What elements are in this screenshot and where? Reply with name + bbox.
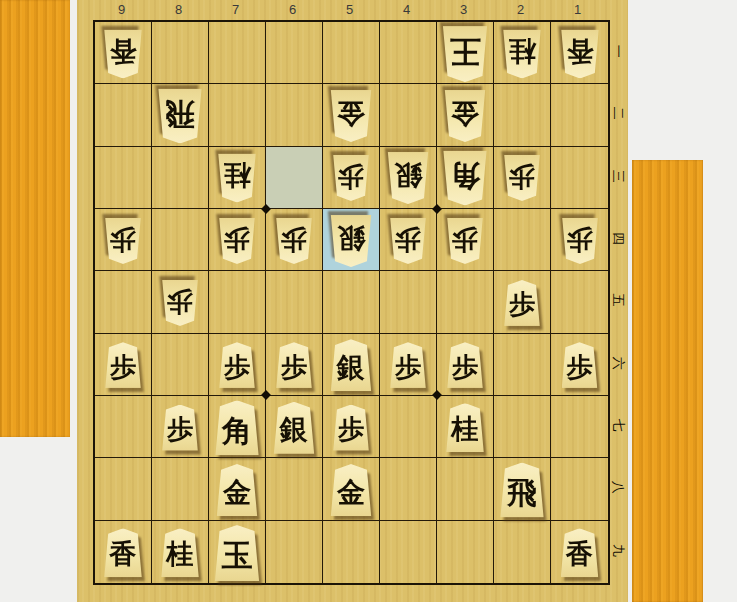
left-wood-panel	[0, 0, 70, 437]
square-88[interactable]	[152, 458, 209, 520]
square-92[interactable]	[95, 84, 152, 146]
square-46[interactable]: 歩	[380, 334, 437, 396]
square-97[interactable]	[95, 396, 152, 458]
piece-sente-lance[interactable]: 香	[560, 528, 599, 577]
piece-kanji: 歩	[333, 155, 370, 201]
square-41[interactable]	[380, 22, 437, 84]
square-93[interactable]	[95, 147, 152, 209]
square-79[interactable]: 玉	[209, 521, 266, 583]
piece-gote-pawn[interactable]: 歩	[447, 218, 484, 264]
square-18[interactable]	[551, 458, 608, 520]
square-81[interactable]	[152, 22, 209, 84]
piece-kanji: 銀	[387, 152, 429, 204]
piece-kanji: 歩	[390, 218, 427, 264]
piece-kanji: 桂	[503, 29, 542, 78]
square-74[interactable]: 歩	[209, 209, 266, 271]
piece-kanji: 歩	[333, 405, 370, 451]
square-98[interactable]	[95, 458, 152, 520]
piece-kanji: 王	[442, 26, 488, 82]
square-45[interactable]	[380, 271, 437, 333]
square-21[interactable]: 桂	[494, 22, 551, 84]
piece-kanji: 歩	[219, 342, 256, 388]
square-51[interactable]	[323, 22, 380, 84]
square-84[interactable]	[152, 209, 209, 271]
square-64[interactable]: 歩	[266, 209, 323, 271]
square-19[interactable]: 香	[551, 521, 608, 583]
square-87[interactable]: 歩	[152, 396, 209, 458]
square-66[interactable]: 歩	[266, 334, 323, 396]
square-83[interactable]	[152, 147, 209, 209]
piece-gote-bishop[interactable]: 角	[443, 151, 488, 206]
file-label-5: 5	[321, 2, 378, 18]
square-73[interactable]: 桂	[209, 147, 266, 209]
piece-kanji: 歩	[105, 218, 142, 264]
piece-kanji: 銀	[330, 339, 372, 391]
piece-sente-pawn[interactable]: 歩	[333, 405, 370, 451]
piece-kanji: 歩	[504, 280, 541, 326]
square-36[interactable]: 歩	[437, 334, 494, 396]
square-38[interactable]	[437, 458, 494, 520]
piece-gote-pawn[interactable]: 歩	[390, 218, 427, 264]
piece-gote-gold[interactable]: 金	[330, 90, 372, 142]
square-76[interactable]: 歩	[209, 334, 266, 396]
piece-sente-pawn[interactable]: 歩	[276, 342, 313, 388]
square-28[interactable]: 飛	[494, 458, 551, 520]
piece-sente-pawn[interactable]: 歩	[504, 280, 541, 326]
square-78[interactable]: 金	[209, 458, 266, 520]
square-61[interactable]	[266, 22, 323, 84]
piece-gote-silver[interactable]: 銀	[330, 215, 372, 267]
piece-kanji: 香	[104, 29, 143, 78]
piece-gote-pawn[interactable]: 歩	[333, 155, 370, 201]
square-15[interactable]	[551, 271, 608, 333]
piece-kanji: 歩	[162, 280, 199, 326]
square-23[interactable]: 歩	[494, 147, 551, 209]
square-91[interactable]: 香	[95, 22, 152, 84]
square-49[interactable]	[380, 521, 437, 583]
shogi-board: 987654321 一二三四五六七八九 香王桂香飛金金桂歩銀角歩歩歩歩銀歩歩歩歩…	[77, 0, 628, 602]
piece-kanji: 香	[560, 29, 599, 78]
piece-gote-lance[interactable]: 香	[104, 29, 143, 78]
square-75[interactable]	[209, 271, 266, 333]
square-99[interactable]: 香	[95, 521, 152, 583]
square-13[interactable]	[551, 147, 608, 209]
piece-kanji: 飛	[158, 89, 203, 144]
piece-sente-pawn[interactable]: 歩	[162, 405, 199, 451]
square-11[interactable]: 香	[551, 22, 608, 84]
square-68[interactable]	[266, 458, 323, 520]
piece-kanji: 金	[330, 464, 372, 516]
piece-sente-pawn[interactable]: 歩	[105, 342, 142, 388]
square-32[interactable]: 金	[437, 84, 494, 146]
piece-sente-gold[interactable]: 金	[330, 464, 372, 516]
piece-gote-pawn[interactable]: 歩	[105, 218, 142, 264]
square-25[interactable]: 歩	[494, 271, 551, 333]
file-label-6: 6	[264, 2, 321, 18]
piece-sente-pawn[interactable]: 歩	[447, 342, 484, 388]
square-35[interactable]	[437, 271, 494, 333]
piece-kanji: 金	[216, 464, 258, 516]
file-label-4: 4	[378, 2, 435, 18]
piece-kanji: 歩	[276, 218, 313, 264]
square-77[interactable]: 角	[209, 396, 266, 458]
square-95[interactable]	[95, 271, 152, 333]
piece-kanji: 桂	[446, 403, 485, 452]
square-29[interactable]	[494, 521, 551, 583]
square-37[interactable]: 桂	[437, 396, 494, 458]
square-33[interactable]: 角	[437, 147, 494, 209]
piece-kanji: 角	[443, 151, 488, 206]
square-58[interactable]: 金	[323, 458, 380, 520]
piece-sente-lance[interactable]: 香	[104, 528, 143, 577]
square-71[interactable]	[209, 22, 266, 84]
piece-gote-lance[interactable]: 香	[560, 29, 599, 78]
piece-kanji: 桂	[218, 154, 257, 203]
piece-kanji: 香	[104, 528, 143, 577]
piece-kanji: 歩	[561, 218, 598, 264]
piece-gote-knight[interactable]: 桂	[218, 154, 257, 203]
piece-sente-pawn[interactable]: 歩	[561, 342, 598, 388]
piece-gote-pawn[interactable]: 歩	[219, 218, 256, 264]
square-24[interactable]	[494, 209, 551, 271]
piece-gote-silver[interactable]: 銀	[387, 152, 429, 204]
square-63[interactable]	[266, 147, 323, 209]
file-label-2: 2	[492, 2, 549, 18]
piece-kanji: 歩	[447, 342, 484, 388]
piece-kanji: 金	[444, 90, 486, 142]
piece-gote-king[interactable]: 王	[442, 26, 488, 82]
piece-gote-knight[interactable]: 桂	[503, 29, 542, 78]
piece-kanji: 歩	[447, 218, 484, 264]
square-39[interactable]	[437, 521, 494, 583]
file-label-1: 1	[549, 2, 606, 18]
piece-gote-pawn[interactable]: 歩	[276, 218, 313, 264]
square-96[interactable]: 歩	[95, 334, 152, 396]
square-69[interactable]	[266, 521, 323, 583]
piece-kanji: 金	[330, 90, 372, 142]
square-48[interactable]	[380, 458, 437, 520]
piece-gote-gold[interactable]: 金	[444, 90, 486, 142]
board-grid: 香王桂香飛金金桂歩銀角歩歩歩歩銀歩歩歩歩歩歩歩歩銀歩歩歩歩角銀歩桂金金飛香桂玉香	[93, 20, 610, 585]
square-53[interactable]: 歩	[323, 147, 380, 209]
square-86[interactable]	[152, 334, 209, 396]
square-31[interactable]: 王	[437, 22, 494, 84]
file-label-3: 3	[435, 2, 492, 18]
piece-kanji: 玉	[214, 525, 260, 581]
piece-gote-pawn[interactable]: 歩	[561, 218, 598, 264]
square-65[interactable]	[266, 271, 323, 333]
piece-kanji: 歩	[105, 342, 142, 388]
square-89[interactable]: 桂	[152, 521, 209, 583]
piece-kanji: 歩	[390, 342, 427, 388]
piece-gote-pawn[interactable]: 歩	[162, 280, 199, 326]
piece-kanji: 角	[215, 400, 260, 455]
piece-gote-pawn[interactable]: 歩	[504, 155, 541, 201]
square-67[interactable]: 銀	[266, 396, 323, 458]
square-55[interactable]	[323, 271, 380, 333]
piece-gote-rook[interactable]: 飛	[158, 89, 203, 144]
piece-kanji: 飛	[500, 463, 545, 518]
square-42[interactable]	[380, 84, 437, 146]
square-59[interactable]	[323, 521, 380, 583]
piece-sente-gold[interactable]: 金	[216, 464, 258, 516]
square-26[interactable]	[494, 334, 551, 396]
square-16[interactable]: 歩	[551, 334, 608, 396]
piece-sente-rook[interactable]: 飛	[500, 463, 545, 518]
square-54[interactable]: 銀	[323, 209, 380, 271]
square-52[interactable]: 金	[323, 84, 380, 146]
square-72[interactable]	[209, 84, 266, 146]
square-12[interactable]	[551, 84, 608, 146]
piece-kanji: 桂	[161, 528, 200, 577]
square-56[interactable]: 銀	[323, 334, 380, 396]
square-27[interactable]	[494, 396, 551, 458]
piece-sente-king[interactable]: 玉	[214, 525, 260, 581]
square-34[interactable]: 歩	[437, 209, 494, 271]
piece-sente-knight[interactable]: 桂	[161, 528, 200, 577]
file-label-7: 7	[207, 2, 264, 18]
piece-kanji: 銀	[330, 215, 372, 267]
file-label-8: 8	[150, 2, 207, 18]
piece-kanji: 歩	[219, 218, 256, 264]
piece-kanji: 歩	[162, 405, 199, 451]
square-17[interactable]	[551, 396, 608, 458]
piece-sente-bishop[interactable]: 角	[215, 400, 260, 455]
square-85[interactable]: 歩	[152, 271, 209, 333]
square-14[interactable]: 歩	[551, 209, 608, 271]
piece-sente-silver[interactable]: 銀	[273, 402, 315, 454]
square-22[interactable]	[494, 84, 551, 146]
piece-kanji: 銀	[273, 402, 315, 454]
piece-kanji: 歩	[561, 342, 598, 388]
piece-kanji: 香	[560, 528, 599, 577]
square-94[interactable]: 歩	[95, 209, 152, 271]
square-43[interactable]: 銀	[380, 147, 437, 209]
square-82[interactable]: 飛	[152, 84, 209, 146]
piece-sente-pawn[interactable]: 歩	[219, 342, 256, 388]
file-label-9: 9	[93, 2, 150, 18]
piece-kanji: 歩	[504, 155, 541, 201]
square-62[interactable]	[266, 84, 323, 146]
square-47[interactable]	[380, 396, 437, 458]
piece-sente-pawn[interactable]: 歩	[390, 342, 427, 388]
square-57[interactable]: 歩	[323, 396, 380, 458]
piece-sente-knight[interactable]: 桂	[446, 403, 485, 452]
piece-kanji: 歩	[276, 342, 313, 388]
square-44[interactable]: 歩	[380, 209, 437, 271]
piece-sente-silver[interactable]: 銀	[330, 339, 372, 391]
